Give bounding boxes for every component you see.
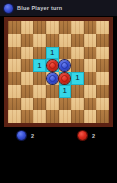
- scoreboard: 2 2: [0, 131, 117, 142]
- square-g2[interactable]: [84, 34, 97, 47]
- flip-count-label: 1: [37, 61, 41, 69]
- square-g6[interactable]: [84, 85, 97, 98]
- square-e4[interactable]: [59, 59, 72, 72]
- square-b7[interactable]: [21, 98, 34, 111]
- square-b6[interactable]: [21, 85, 34, 98]
- square-a2[interactable]: [8, 34, 21, 47]
- square-b8[interactable]: [21, 110, 34, 123]
- square-a7[interactable]: [8, 98, 21, 111]
- square-c3[interactable]: [33, 47, 46, 60]
- square-f3[interactable]: [71, 47, 84, 60]
- square-f2[interactable]: [71, 34, 84, 47]
- square-h6[interactable]: [96, 85, 109, 98]
- square-g5[interactable]: [84, 72, 97, 85]
- square-h7[interactable]: [96, 98, 109, 111]
- blue-piece: [59, 60, 70, 71]
- square-b3[interactable]: [21, 47, 34, 60]
- square-g8[interactable]: [84, 110, 97, 123]
- game-board: 1111: [4, 17, 113, 127]
- square-d5[interactable]: [46, 72, 59, 85]
- square-a3[interactable]: [8, 47, 21, 60]
- square-b1[interactable]: [21, 21, 34, 34]
- blue-piece: [47, 73, 58, 84]
- square-c7[interactable]: [33, 98, 46, 111]
- square-d4[interactable]: [46, 59, 59, 72]
- square-f7[interactable]: [71, 98, 84, 111]
- square-g3[interactable]: [84, 47, 97, 60]
- square-a6[interactable]: [8, 85, 21, 98]
- square-f4[interactable]: [71, 59, 84, 72]
- square-h8[interactable]: [96, 110, 109, 123]
- turn-label: Blue Player turn: [17, 5, 62, 11]
- square-c1[interactable]: [33, 21, 46, 34]
- red-score-group: 2: [78, 131, 95, 140]
- square-h2[interactable]: [96, 34, 109, 47]
- square-c5[interactable]: [33, 72, 46, 85]
- square-e7[interactable]: [59, 98, 72, 111]
- blue-piece-icon: [4, 4, 13, 13]
- square-e3[interactable]: [59, 47, 72, 60]
- square-e2[interactable]: [59, 34, 72, 47]
- square-g4[interactable]: [84, 59, 97, 72]
- square-e8[interactable]: [59, 110, 72, 123]
- square-a8[interactable]: [8, 110, 21, 123]
- board-grid: 1111: [8, 21, 109, 123]
- square-d7[interactable]: [46, 98, 59, 111]
- blue-score-group: 2: [17, 131, 34, 140]
- red-piece: [47, 60, 58, 71]
- square-e1[interactable]: [59, 21, 72, 34]
- square-d2[interactable]: [46, 34, 59, 47]
- square-d3[interactable]: 1: [46, 47, 59, 60]
- square-f5[interactable]: 1: [71, 72, 84, 85]
- square-f8[interactable]: [71, 110, 84, 123]
- square-d1[interactable]: [46, 21, 59, 34]
- blue-score-icon: [17, 131, 26, 140]
- square-a4[interactable]: [8, 59, 21, 72]
- square-g1[interactable]: [84, 21, 97, 34]
- square-b5[interactable]: [21, 72, 34, 85]
- flip-count-label: 1: [63, 87, 67, 95]
- square-b4[interactable]: [21, 59, 34, 72]
- square-g7[interactable]: [84, 98, 97, 111]
- square-c4[interactable]: 1: [33, 59, 46, 72]
- square-h5[interactable]: [96, 72, 109, 85]
- turn-status-bar: Blue Player turn: [0, 0, 117, 16]
- square-f6[interactable]: [71, 85, 84, 98]
- blue-score-value: 2: [31, 133, 34, 139]
- square-h4[interactable]: [96, 59, 109, 72]
- square-e5[interactable]: [59, 72, 72, 85]
- square-e6[interactable]: 1: [59, 85, 72, 98]
- red-score-value: 2: [92, 133, 95, 139]
- red-score-icon: [78, 131, 87, 140]
- flip-count-label: 1: [50, 48, 54, 56]
- square-a1[interactable]: [8, 21, 21, 34]
- square-c6[interactable]: [33, 85, 46, 98]
- square-c8[interactable]: [33, 110, 46, 123]
- square-d8[interactable]: [46, 110, 59, 123]
- flip-count-label: 1: [75, 74, 79, 82]
- square-h3[interactable]: [96, 47, 109, 60]
- square-d6[interactable]: [46, 85, 59, 98]
- red-piece: [59, 73, 70, 84]
- square-c2[interactable]: [33, 34, 46, 47]
- square-b2[interactable]: [21, 34, 34, 47]
- square-f1[interactable]: [71, 21, 84, 34]
- square-a5[interactable]: [8, 72, 21, 85]
- square-h1[interactable]: [96, 21, 109, 34]
